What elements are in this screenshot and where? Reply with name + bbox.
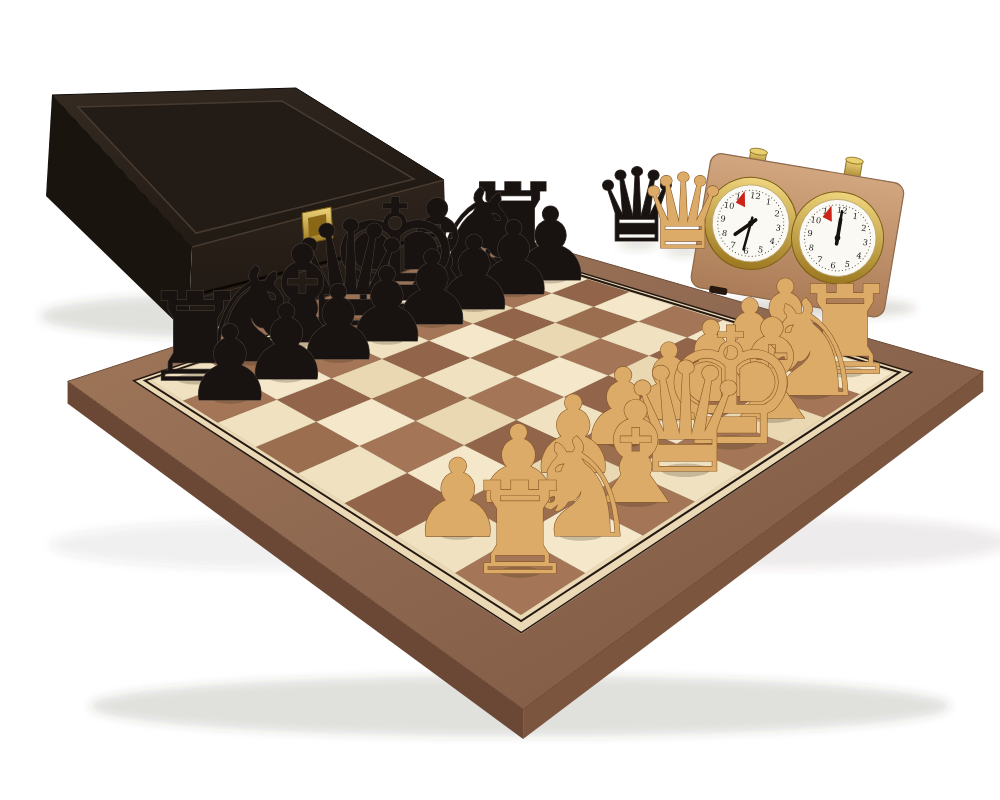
piece-white-rook-a1: ♜ bbox=[463, 455, 577, 603]
clock-left-dial-numeral: 12 bbox=[749, 190, 761, 202]
chess-set-photo: 121234567891011121234567891011♛♛♜♟♞♟♝♟♚♟… bbox=[0, 0, 1000, 800]
product-photo-scene: 121234567891011121234567891011♛♛♜♟♞♟♝♟♚♟… bbox=[0, 0, 1000, 800]
spare-pieces: ♛♛ bbox=[591, 146, 729, 273]
piece-black-pawn-a7: ♟ bbox=[183, 303, 277, 425]
spare-queen-white: ♛ bbox=[636, 151, 729, 273]
clock-right-dial-numeral: 10 bbox=[810, 214, 822, 226]
